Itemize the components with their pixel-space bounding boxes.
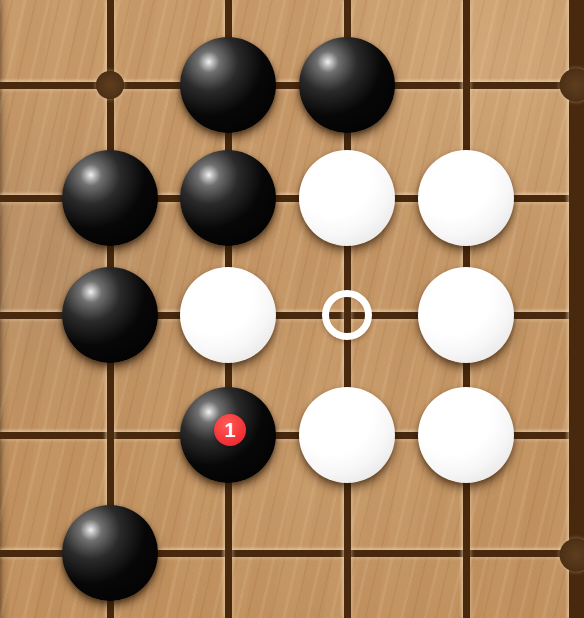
white-stone	[299, 150, 395, 246]
star-point-icon	[96, 71, 124, 99]
black-stone	[180, 37, 276, 133]
white-stone	[418, 387, 514, 483]
black-stone: 1	[180, 387, 276, 483]
star-point-icon	[560, 69, 584, 102]
move-number-badge: 1	[214, 414, 246, 446]
white-stone	[418, 267, 514, 363]
go-board[interactable]: 1	[0, 0, 584, 618]
black-stone	[62, 150, 158, 246]
grid-line-horizontal	[0, 82, 584, 89]
white-stone	[418, 150, 514, 246]
circle-marker[interactable]	[322, 290, 372, 340]
black-stone	[62, 267, 158, 363]
black-stone	[299, 37, 395, 133]
black-stone	[62, 505, 158, 601]
black-stone	[180, 150, 276, 246]
white-stone	[299, 387, 395, 483]
white-stone	[180, 267, 276, 363]
star-point-icon	[560, 539, 584, 572]
